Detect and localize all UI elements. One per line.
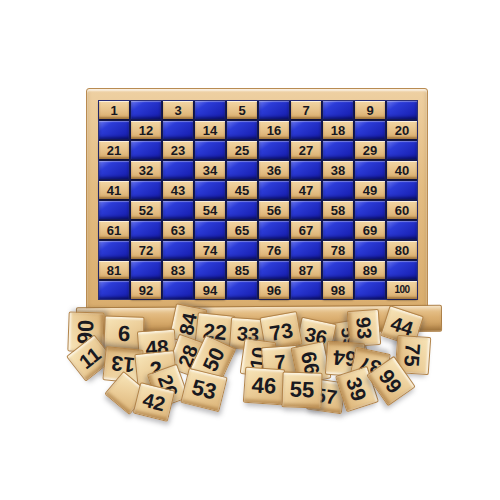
loose-tiles-pile: 8459939062233367344482850107666437751113… xyxy=(0,0,500,500)
pile-tile-46[interactable]: 46 xyxy=(243,367,285,406)
pile-tile-93[interactable]: 93 xyxy=(347,309,381,347)
pile-tile-55[interactable]: 55 xyxy=(281,371,322,408)
product-photo: 1357912141618202123252729323436384041434… xyxy=(0,0,500,500)
